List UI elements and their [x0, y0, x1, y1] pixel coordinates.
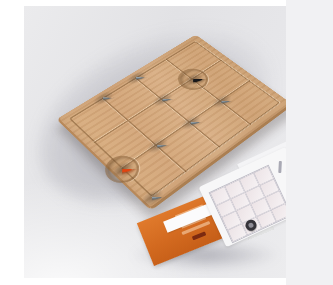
photo-right-margin	[286, 0, 333, 285]
label-dark-mark	[192, 231, 206, 240]
specular-highlight	[186, 68, 192, 71]
rules-card-box	[120, 156, 286, 278]
product-photo-stage: ●●●●●●●●●	[0, 0, 333, 285]
rules-diagram-grid	[209, 165, 286, 244]
card-tiny-text-mark	[278, 161, 282, 173]
photo-backdrop: ●●●●●●●●●	[24, 6, 286, 278]
